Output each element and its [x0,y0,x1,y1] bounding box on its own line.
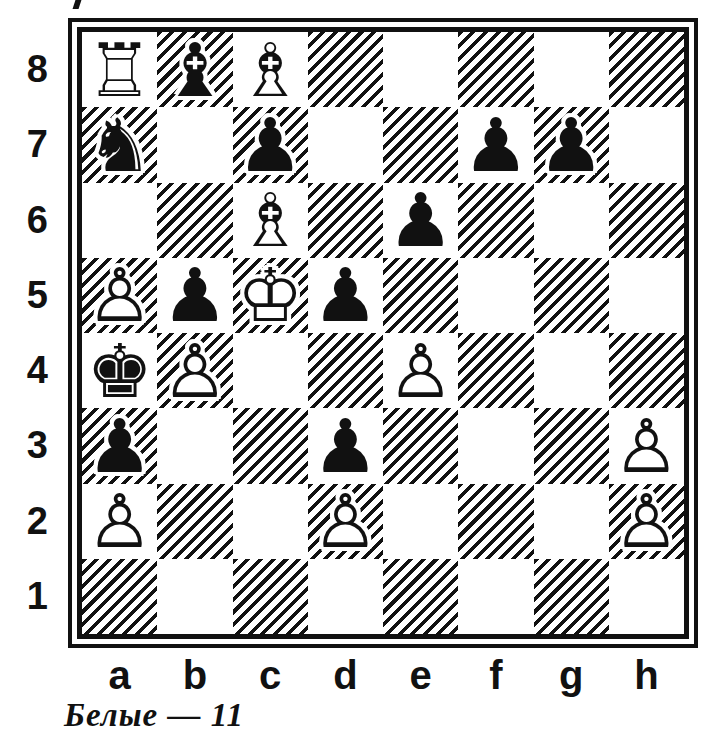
rank-labels: 87654321 [0,32,58,634]
square-g6 [534,183,609,258]
square-h2: ♟♙ [609,484,684,559]
square-c7: ♟ [233,107,308,182]
piece-white-rook-a8: ♜♖ [82,32,157,107]
black-piece-glyph: ♟ [538,108,604,182]
square-a3: ♟ [82,408,157,483]
scanned-diagram-page: 87654321 ♜♖♝♝♗♞♟♟♟♝♗♟♟♙♟♚♔♟♚♟♙♟♙♟♟♟♙♟♙♟♙… [0,0,719,741]
board: ♜♖♝♝♗♞♟♟♟♝♗♟♟♙♟♚♔♟♚♟♙♟♙♟♟♟♙♟♙♟♙♟♙ [82,32,684,634]
piece-black-pawn-g7: ♟ [534,107,609,182]
square-e7 [383,107,458,182]
square-e3 [383,408,458,483]
square-f7: ♟ [458,107,533,182]
black-piece-glyph: ♞ [86,108,152,182]
square-e1 [383,559,458,634]
square-a5: ♟♙ [82,258,157,333]
rank-label-5: 5 [0,258,58,333]
file-label-f: f [458,652,533,698]
piece-white-pawn-h3: ♟♙ [609,408,684,483]
square-e5 [383,258,458,333]
piece-white-pawn-e4: ♟♙ [383,333,458,408]
square-f8 [458,32,533,107]
piece-black-pawn-f7: ♟ [458,107,533,182]
file-label-h: h [609,652,684,698]
rank-label-3: 3 [0,408,58,483]
black-piece-glyph: ♟ [312,409,378,483]
file-label-d: d [308,652,383,698]
square-d3: ♟ [308,408,383,483]
square-d2: ♟♙ [308,484,383,559]
square-f6 [458,183,533,258]
square-g2 [534,484,609,559]
black-piece-glyph: ♟ [162,258,228,332]
square-c8: ♝♗ [233,32,308,107]
file-label-e: e [383,652,458,698]
black-piece-glyph: ♟ [463,108,529,182]
square-g7: ♟ [534,107,609,182]
piece-black-knight-a7: ♞ [82,107,157,182]
square-f3 [458,408,533,483]
square-b6 [157,183,232,258]
square-b1 [157,559,232,634]
square-f4 [458,333,533,408]
square-g4 [534,333,609,408]
square-e8 [383,32,458,107]
piece-black-king-a4: ♚ [82,333,157,408]
square-g8 [534,32,609,107]
square-c3 [233,408,308,483]
white-piece-outline: ♙ [387,334,453,408]
square-c4 [233,333,308,408]
black-piece-glyph: ♟ [86,409,152,483]
square-h1 [609,559,684,634]
square-a6 [82,183,157,258]
square-b4: ♟♙ [157,333,232,408]
square-c1 [233,559,308,634]
square-f2 [458,484,533,559]
black-piece-glyph: ♟ [237,108,303,182]
square-g3 [534,408,609,483]
square-e4: ♟♙ [383,333,458,408]
square-d7 [308,107,383,182]
white-piece-outline: ♙ [613,409,679,483]
square-g1 [534,559,609,634]
square-b3 [157,408,232,483]
board-frame: ♜♖♝♝♗♞♟♟♟♝♗♟♟♙♟♚♔♟♚♟♙♟♙♟♟♟♙♟♙♟♙♟♙ [68,18,698,648]
cropped-text-artifact [73,0,82,9]
square-h3: ♟♙ [609,408,684,483]
square-b7 [157,107,232,182]
square-b5: ♟ [157,258,232,333]
piece-white-pawn-a5: ♟♙ [82,258,157,333]
rank-label-4: 4 [0,333,58,408]
piece-black-bishop-b8: ♝ [157,32,232,107]
square-d6 [308,183,383,258]
square-e2 [383,484,458,559]
rank-label-6: 6 [0,183,58,258]
white-piece-outline: ♖ [86,33,152,107]
piece-black-pawn-b5: ♟ [157,258,232,333]
square-g5 [534,258,609,333]
piece-black-pawn-e6: ♟ [383,183,458,258]
square-f1 [458,559,533,634]
file-label-a: a [82,652,157,698]
rank-label-2: 2 [0,484,58,559]
square-c2 [233,484,308,559]
square-h4 [609,333,684,408]
white-piece-outline: ♙ [613,484,679,558]
white-piece-outline: ♗ [237,33,303,107]
rank-label-7: 7 [0,107,58,182]
white-piece-outline: ♗ [237,183,303,257]
square-c5: ♚♔ [233,258,308,333]
piece-black-pawn-d3: ♟ [308,408,383,483]
white-piece-outline: ♔ [237,258,303,332]
white-piece-outline: ♙ [162,334,228,408]
square-a8: ♜♖ [82,32,157,107]
square-a4: ♚ [82,333,157,408]
piece-black-pawn-d5: ♟ [308,258,383,333]
square-h6 [609,183,684,258]
rank-label-1: 1 [0,559,58,634]
piece-white-pawn-b4: ♟♙ [157,333,232,408]
file-label-c: c [233,652,308,698]
white-piece-outline: ♙ [312,484,378,558]
piece-white-king-c5: ♚♔ [233,258,308,333]
rank-label-8: 8 [0,32,58,107]
square-b2 [157,484,232,559]
square-a2: ♟♙ [82,484,157,559]
square-d4 [308,333,383,408]
diagram-caption: Белые — 11 [64,697,244,734]
black-piece-glyph: ♚ [86,334,152,408]
piece-white-bishop-c8: ♝♗ [233,32,308,107]
square-a7: ♞ [82,107,157,182]
black-piece-glyph: ♝ [162,33,228,107]
black-piece-glyph: ♟ [387,183,453,257]
piece-white-pawn-d2: ♟♙ [308,484,383,559]
square-f5 [458,258,533,333]
white-piece-outline: ♙ [86,258,152,332]
file-labels: abcdefgh [82,652,684,698]
black-piece-glyph: ♟ [312,258,378,332]
piece-black-pawn-a3: ♟ [82,408,157,483]
square-a1 [82,559,157,634]
square-b8: ♝ [157,32,232,107]
white-piece-outline: ♙ [86,484,152,558]
piece-white-pawn-a2: ♟♙ [82,484,157,559]
board-inner-border: ♜♖♝♝♗♞♟♟♟♝♗♟♟♙♟♚♔♟♚♟♙♟♙♟♟♟♙♟♙♟♙♟♙ [77,27,689,639]
piece-white-pawn-h2: ♟♙ [609,484,684,559]
file-label-g: g [534,652,609,698]
square-d8 [308,32,383,107]
square-d1 [308,559,383,634]
piece-black-pawn-c7: ♟ [233,107,308,182]
square-e6: ♟ [383,183,458,258]
square-c6: ♝♗ [233,183,308,258]
square-h7 [609,107,684,182]
square-h8 [609,32,684,107]
square-d5: ♟ [308,258,383,333]
file-label-b: b [157,652,232,698]
piece-white-bishop-c6: ♝♗ [233,183,308,258]
square-h5 [609,258,684,333]
